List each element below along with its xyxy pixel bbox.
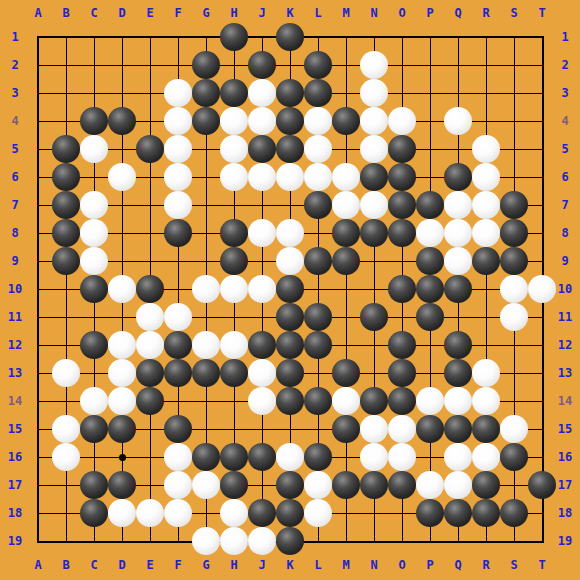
board-point-F13[interactable] [164,359,192,387]
board-point-R12[interactable] [472,331,500,359]
board-point-O14[interactable] [388,387,416,415]
board-point-M17[interactable] [332,471,360,499]
board-point-H1[interactable] [220,23,248,51]
board-point-B12[interactable] [52,331,80,359]
board-point-F12[interactable] [164,331,192,359]
board-point-O8[interactable] [388,219,416,247]
board-point-G19[interactable] [192,527,220,555]
board-point-G6[interactable] [192,163,220,191]
board-point-E16[interactable] [136,443,164,471]
board-point-O11[interactable] [388,303,416,331]
board-point-H2[interactable] [220,51,248,79]
board-point-J3[interactable] [248,79,276,107]
board-point-C9[interactable] [80,247,108,275]
board-point-L18[interactable] [304,499,332,527]
board-point-L5[interactable] [304,135,332,163]
board-point-E19[interactable] [136,527,164,555]
board-point-A12[interactable] [24,331,52,359]
board-point-T14[interactable] [528,387,556,415]
board-point-O3[interactable] [388,79,416,107]
board-point-G3[interactable] [192,79,220,107]
board-point-H16[interactable] [220,443,248,471]
board-point-N9[interactable] [360,247,388,275]
board-point-P6[interactable] [416,163,444,191]
board-point-G11[interactable] [192,303,220,331]
board-point-L17[interactable] [304,471,332,499]
board-point-N10[interactable] [360,275,388,303]
board-point-C18[interactable] [80,499,108,527]
board-point-A6[interactable] [24,163,52,191]
board-point-C1[interactable] [80,23,108,51]
board-point-B5[interactable] [52,135,80,163]
board-point-B6[interactable] [52,163,80,191]
board-point-D19[interactable] [108,527,136,555]
board-point-A9[interactable] [24,247,52,275]
board-point-A3[interactable] [24,79,52,107]
board-point-B8[interactable] [52,219,80,247]
board-point-F3[interactable] [164,79,192,107]
board-point-D7[interactable] [108,191,136,219]
board-point-S6[interactable] [500,163,528,191]
board-point-Q6[interactable] [444,163,472,191]
board-point-H12[interactable] [220,331,248,359]
board-point-J18[interactable] [248,499,276,527]
board-point-E17[interactable] [136,471,164,499]
board-point-G2[interactable] [192,51,220,79]
board-point-F18[interactable] [164,499,192,527]
board-point-T4[interactable] [528,107,556,135]
board-point-P10[interactable] [416,275,444,303]
board-point-A16[interactable] [24,443,52,471]
board-point-N12[interactable] [360,331,388,359]
board-point-S3[interactable] [500,79,528,107]
board-point-E2[interactable] [136,51,164,79]
board-point-H15[interactable] [220,415,248,443]
board-point-E8[interactable] [136,219,164,247]
board-point-O17[interactable] [388,471,416,499]
board-point-G13[interactable] [192,359,220,387]
board-point-T6[interactable] [528,163,556,191]
board-point-E3[interactable] [136,79,164,107]
board-point-G15[interactable] [192,415,220,443]
board-point-L2[interactable] [304,51,332,79]
board-point-M18[interactable] [332,499,360,527]
board-point-Q3[interactable] [444,79,472,107]
board-point-P14[interactable] [416,387,444,415]
board-point-F8[interactable] [164,219,192,247]
board-point-R19[interactable] [472,527,500,555]
board-point-D17[interactable] [108,471,136,499]
board-point-C19[interactable] [80,527,108,555]
board-point-O10[interactable] [388,275,416,303]
board-point-M2[interactable] [332,51,360,79]
board-point-P8[interactable] [416,219,444,247]
board-point-D5[interactable] [108,135,136,163]
board-point-R13[interactable] [472,359,500,387]
board-point-P19[interactable] [416,527,444,555]
board-point-T18[interactable] [528,499,556,527]
board-point-T19[interactable] [528,527,556,555]
board-point-J14[interactable] [248,387,276,415]
board-point-T12[interactable] [528,331,556,359]
board-point-A7[interactable] [24,191,52,219]
board-point-Q2[interactable] [444,51,472,79]
board-point-J15[interactable] [248,415,276,443]
board-point-J19[interactable] [248,527,276,555]
board-point-C14[interactable] [80,387,108,415]
board-point-T10[interactable] [528,275,556,303]
board-point-K8[interactable] [276,219,304,247]
board-point-R4[interactable] [472,107,500,135]
board-point-H4[interactable] [220,107,248,135]
board-point-Q17[interactable] [444,471,472,499]
board-point-Q19[interactable] [444,527,472,555]
board-point-T8[interactable] [528,219,556,247]
board-point-P7[interactable] [416,191,444,219]
board-point-F15[interactable] [164,415,192,443]
board-point-R2[interactable] [472,51,500,79]
board-point-A18[interactable] [24,499,52,527]
board-point-D18[interactable] [108,499,136,527]
board-point-H14[interactable] [220,387,248,415]
board-point-C5[interactable] [80,135,108,163]
board-point-G16[interactable] [192,443,220,471]
board-point-B15[interactable] [52,415,80,443]
board-point-S9[interactable] [500,247,528,275]
board-point-O4[interactable] [388,107,416,135]
board-point-Q4[interactable] [444,107,472,135]
board-point-G10[interactable] [192,275,220,303]
board-point-P15[interactable] [416,415,444,443]
board-point-E13[interactable] [136,359,164,387]
board-point-D3[interactable] [108,79,136,107]
board-point-R18[interactable] [472,499,500,527]
board-point-O16[interactable] [388,443,416,471]
board-point-K12[interactable] [276,331,304,359]
board-point-M19[interactable] [332,527,360,555]
board-point-B16[interactable] [52,443,80,471]
board-point-J17[interactable] [248,471,276,499]
board-point-Q7[interactable] [444,191,472,219]
board-point-R10[interactable] [472,275,500,303]
board-point-A10[interactable] [24,275,52,303]
board-point-O15[interactable] [388,415,416,443]
board-point-M13[interactable] [332,359,360,387]
board-point-N19[interactable] [360,527,388,555]
board-point-E9[interactable] [136,247,164,275]
board-point-R9[interactable] [472,247,500,275]
board-point-Q8[interactable] [444,219,472,247]
board-point-B14[interactable] [52,387,80,415]
board-point-O5[interactable] [388,135,416,163]
board-point-C4[interactable] [80,107,108,135]
board-point-D8[interactable] [108,219,136,247]
board-point-S4[interactable] [500,107,528,135]
board-point-E18[interactable] [136,499,164,527]
board-point-L14[interactable] [304,387,332,415]
board-point-G9[interactable] [192,247,220,275]
board-point-T11[interactable] [528,303,556,331]
board-point-O2[interactable] [388,51,416,79]
board-point-C13[interactable] [80,359,108,387]
board-point-D4[interactable] [108,107,136,135]
board-point-Q15[interactable] [444,415,472,443]
board-point-L1[interactable] [304,23,332,51]
board-point-A14[interactable] [24,387,52,415]
board-point-J9[interactable] [248,247,276,275]
board-point-P9[interactable] [416,247,444,275]
board-point-S12[interactable] [500,331,528,359]
board-point-C2[interactable] [80,51,108,79]
board-point-M16[interactable] [332,443,360,471]
board-point-M9[interactable] [332,247,360,275]
board-point-J11[interactable] [248,303,276,331]
board-point-S14[interactable] [500,387,528,415]
board-point-T17[interactable] [528,471,556,499]
board-point-D11[interactable] [108,303,136,331]
board-point-S2[interactable] [500,51,528,79]
board-point-P18[interactable] [416,499,444,527]
board-point-K19[interactable] [276,527,304,555]
board-point-J7[interactable] [248,191,276,219]
board-point-C15[interactable] [80,415,108,443]
board-point-Q14[interactable] [444,387,472,415]
board-point-K6[interactable] [276,163,304,191]
board-point-D9[interactable] [108,247,136,275]
board-point-D13[interactable] [108,359,136,387]
board-point-P12[interactable] [416,331,444,359]
board-point-J5[interactable] [248,135,276,163]
board-point-F17[interactable] [164,471,192,499]
board-point-M1[interactable] [332,23,360,51]
board-point-H9[interactable] [220,247,248,275]
board-point-M5[interactable] [332,135,360,163]
board-point-K5[interactable] [276,135,304,163]
board-point-G5[interactable] [192,135,220,163]
board-point-H3[interactable] [220,79,248,107]
board-point-H11[interactable] [220,303,248,331]
board-point-F19[interactable] [164,527,192,555]
board-point-Q9[interactable] [444,247,472,275]
board-point-N18[interactable] [360,499,388,527]
board-point-M11[interactable] [332,303,360,331]
board-point-N13[interactable] [360,359,388,387]
board-point-L19[interactable] [304,527,332,555]
board-point-N11[interactable] [360,303,388,331]
board-point-O7[interactable] [388,191,416,219]
board-point-L16[interactable] [304,443,332,471]
board-point-B4[interactable] [52,107,80,135]
board-point-R15[interactable] [472,415,500,443]
board-point-E14[interactable] [136,387,164,415]
board-point-Q5[interactable] [444,135,472,163]
board-point-C17[interactable] [80,471,108,499]
board-point-F14[interactable] [164,387,192,415]
board-point-G14[interactable] [192,387,220,415]
board-point-F1[interactable] [164,23,192,51]
board-point-E5[interactable] [136,135,164,163]
board-point-M7[interactable] [332,191,360,219]
board-point-J8[interactable] [248,219,276,247]
board-point-O9[interactable] [388,247,416,275]
board-point-P1[interactable] [416,23,444,51]
board-point-J10[interactable] [248,275,276,303]
board-point-S17[interactable] [500,471,528,499]
board-point-A4[interactable] [24,107,52,135]
board-point-N17[interactable] [360,471,388,499]
board-point-N3[interactable] [360,79,388,107]
board-point-R14[interactable] [472,387,500,415]
board-point-G7[interactable] [192,191,220,219]
board-point-Q12[interactable] [444,331,472,359]
board-point-L7[interactable] [304,191,332,219]
board-point-B17[interactable] [52,471,80,499]
board-point-B9[interactable] [52,247,80,275]
board-point-S8[interactable] [500,219,528,247]
board-point-S11[interactable] [500,303,528,331]
board-point-G17[interactable] [192,471,220,499]
board-point-H5[interactable] [220,135,248,163]
board-point-L4[interactable] [304,107,332,135]
board-point-D12[interactable] [108,331,136,359]
board-point-T3[interactable] [528,79,556,107]
board-point-D2[interactable] [108,51,136,79]
board-point-E1[interactable] [136,23,164,51]
board-point-L8[interactable] [304,219,332,247]
board-point-H7[interactable] [220,191,248,219]
board-point-J4[interactable] [248,107,276,135]
board-point-S7[interactable] [500,191,528,219]
board-point-J2[interactable] [248,51,276,79]
board-point-F7[interactable] [164,191,192,219]
board-point-R1[interactable] [472,23,500,51]
board-point-H8[interactable] [220,219,248,247]
board-point-K1[interactable] [276,23,304,51]
board-point-C7[interactable] [80,191,108,219]
board-point-N8[interactable] [360,219,388,247]
board-point-A1[interactable] [24,23,52,51]
board-point-R3[interactable] [472,79,500,107]
board-point-L15[interactable] [304,415,332,443]
board-point-P4[interactable] [416,107,444,135]
board-point-M10[interactable] [332,275,360,303]
board-point-A5[interactable] [24,135,52,163]
board-point-B7[interactable] [52,191,80,219]
board-point-P17[interactable] [416,471,444,499]
board-point-G4[interactable] [192,107,220,135]
board-point-B19[interactable] [52,527,80,555]
board-point-T2[interactable] [528,51,556,79]
board-point-N5[interactable] [360,135,388,163]
board-point-L6[interactable] [304,163,332,191]
board-point-J16[interactable] [248,443,276,471]
board-point-Q16[interactable] [444,443,472,471]
board-point-B2[interactable] [52,51,80,79]
board-point-T5[interactable] [528,135,556,163]
board-point-N7[interactable] [360,191,388,219]
board-point-M3[interactable] [332,79,360,107]
board-point-T1[interactable] [528,23,556,51]
board-point-K18[interactable] [276,499,304,527]
board-point-H19[interactable] [220,527,248,555]
board-point-T15[interactable] [528,415,556,443]
board-point-B13[interactable] [52,359,80,387]
board-point-R11[interactable] [472,303,500,331]
board-point-N6[interactable] [360,163,388,191]
board-point-B11[interactable] [52,303,80,331]
board-point-B1[interactable] [52,23,80,51]
board-point-N15[interactable] [360,415,388,443]
board-point-B18[interactable] [52,499,80,527]
board-point-R8[interactable] [472,219,500,247]
board-point-K16[interactable] [276,443,304,471]
board-point-E4[interactable] [136,107,164,135]
board-point-S18[interactable] [500,499,528,527]
board-point-H17[interactable] [220,471,248,499]
board-point-K7[interactable] [276,191,304,219]
board-point-L10[interactable] [304,275,332,303]
board-point-A11[interactable] [24,303,52,331]
board-point-M12[interactable] [332,331,360,359]
board-point-C6[interactable] [80,163,108,191]
board-point-K3[interactable] [276,79,304,107]
board-point-E7[interactable] [136,191,164,219]
board-point-E15[interactable] [136,415,164,443]
board-points[interactable] [24,23,556,555]
board-point-R6[interactable] [472,163,500,191]
board-point-P5[interactable] [416,135,444,163]
board-point-G8[interactable] [192,219,220,247]
board-point-R5[interactable] [472,135,500,163]
board-point-A15[interactable] [24,415,52,443]
board-point-J12[interactable] [248,331,276,359]
board-point-R16[interactable] [472,443,500,471]
board-point-A8[interactable] [24,219,52,247]
board-point-T7[interactable] [528,191,556,219]
board-point-N4[interactable] [360,107,388,135]
board-point-G18[interactable] [192,499,220,527]
board-point-O12[interactable] [388,331,416,359]
board-point-Q11[interactable] [444,303,472,331]
board-point-R7[interactable] [472,191,500,219]
board-point-M8[interactable] [332,219,360,247]
board-point-M4[interactable] [332,107,360,135]
board-point-F16[interactable] [164,443,192,471]
board-point-K9[interactable] [276,247,304,275]
board-point-T16[interactable] [528,443,556,471]
board-point-J13[interactable] [248,359,276,387]
board-point-S19[interactable] [500,527,528,555]
board-point-L12[interactable] [304,331,332,359]
board-point-F2[interactable] [164,51,192,79]
board-point-C11[interactable] [80,303,108,331]
board-point-C16[interactable] [80,443,108,471]
board-point-H18[interactable] [220,499,248,527]
board-point-A19[interactable] [24,527,52,555]
board-point-R17[interactable] [472,471,500,499]
board-point-Q18[interactable] [444,499,472,527]
board-point-S1[interactable] [500,23,528,51]
board-point-C12[interactable] [80,331,108,359]
board-point-H10[interactable] [220,275,248,303]
board-point-J6[interactable] [248,163,276,191]
board-point-K4[interactable] [276,107,304,135]
board-point-F5[interactable] [164,135,192,163]
board-point-S10[interactable] [500,275,528,303]
board-point-O6[interactable] [388,163,416,191]
board-point-P3[interactable] [416,79,444,107]
board-point-N1[interactable] [360,23,388,51]
